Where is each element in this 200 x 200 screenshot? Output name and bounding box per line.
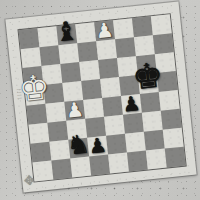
square-d5[interactable] [100, 77, 121, 98]
square-a3[interactable]: ♝ [56, 24, 77, 45]
square-c5[interactable] [98, 58, 119, 79]
board-grid: ♝♟♚♚♟♟♞♟ [17, 13, 186, 182]
square-g5[interactable] [106, 134, 127, 155]
square-h7[interactable] [146, 149, 167, 170]
square-d4[interactable] [81, 79, 102, 100]
square-e3[interactable]: ♟ [64, 100, 85, 121]
black-bishop[interactable]: ♝ [53, 17, 79, 45]
square-e4[interactable] [83, 98, 104, 119]
square-b7[interactable] [134, 35, 155, 56]
square-g3[interactable]: ♞ [68, 138, 89, 159]
square-f5[interactable] [104, 115, 125, 136]
square-c4[interactable] [79, 60, 100, 81]
square-e6[interactable]: ♟ [121, 94, 142, 115]
square-h8[interactable] [165, 147, 186, 168]
black-king[interactable]: ♚ [131, 58, 165, 95]
square-g7[interactable] [144, 130, 165, 151]
white-pawn[interactable]: ♟ [65, 99, 85, 121]
square-a1[interactable] [19, 28, 40, 49]
square-h2[interactable] [51, 159, 72, 180]
square-f8[interactable] [161, 109, 182, 130]
square-a7[interactable] [132, 16, 153, 37]
square-h6[interactable] [127, 151, 148, 172]
square-d7[interactable]: ♚ [138, 73, 159, 94]
photo-frame: ⁞⁞⁞⁞ ✥ ♝♟♚♚♟♟♞♟ [0, 0, 200, 200]
square-g4[interactable]: ♟ [87, 136, 108, 157]
square-e5[interactable] [102, 96, 123, 117]
square-a8[interactable] [151, 14, 172, 35]
black-pawn[interactable]: ♟ [88, 135, 108, 157]
square-f7[interactable] [142, 111, 163, 132]
square-g1[interactable] [30, 142, 51, 163]
square-h1[interactable] [32, 161, 53, 182]
square-a5[interactable]: ♟ [94, 20, 115, 41]
square-a6[interactable] [113, 18, 134, 39]
square-g6[interactable] [125, 132, 146, 153]
chess-board: ⁞⁞⁞⁞ ✥ ♝♟♚♚♟♟♞♟ [5, 1, 196, 192]
square-b8[interactable] [153, 33, 174, 54]
white-king[interactable]: ♚ [17, 69, 51, 106]
square-g8[interactable] [163, 128, 184, 149]
square-b2[interactable] [39, 45, 60, 66]
white-pawn[interactable]: ♟ [95, 19, 115, 41]
square-b1[interactable] [21, 47, 42, 68]
square-b4[interactable] [77, 41, 98, 62]
square-h5[interactable] [108, 153, 129, 174]
square-d1[interactable]: ♚ [25, 85, 46, 106]
black-pawn[interactable]: ♟ [121, 93, 141, 115]
square-b6[interactable] [115, 37, 136, 58]
square-f1[interactable] [29, 123, 50, 144]
square-c3[interactable] [60, 62, 81, 83]
